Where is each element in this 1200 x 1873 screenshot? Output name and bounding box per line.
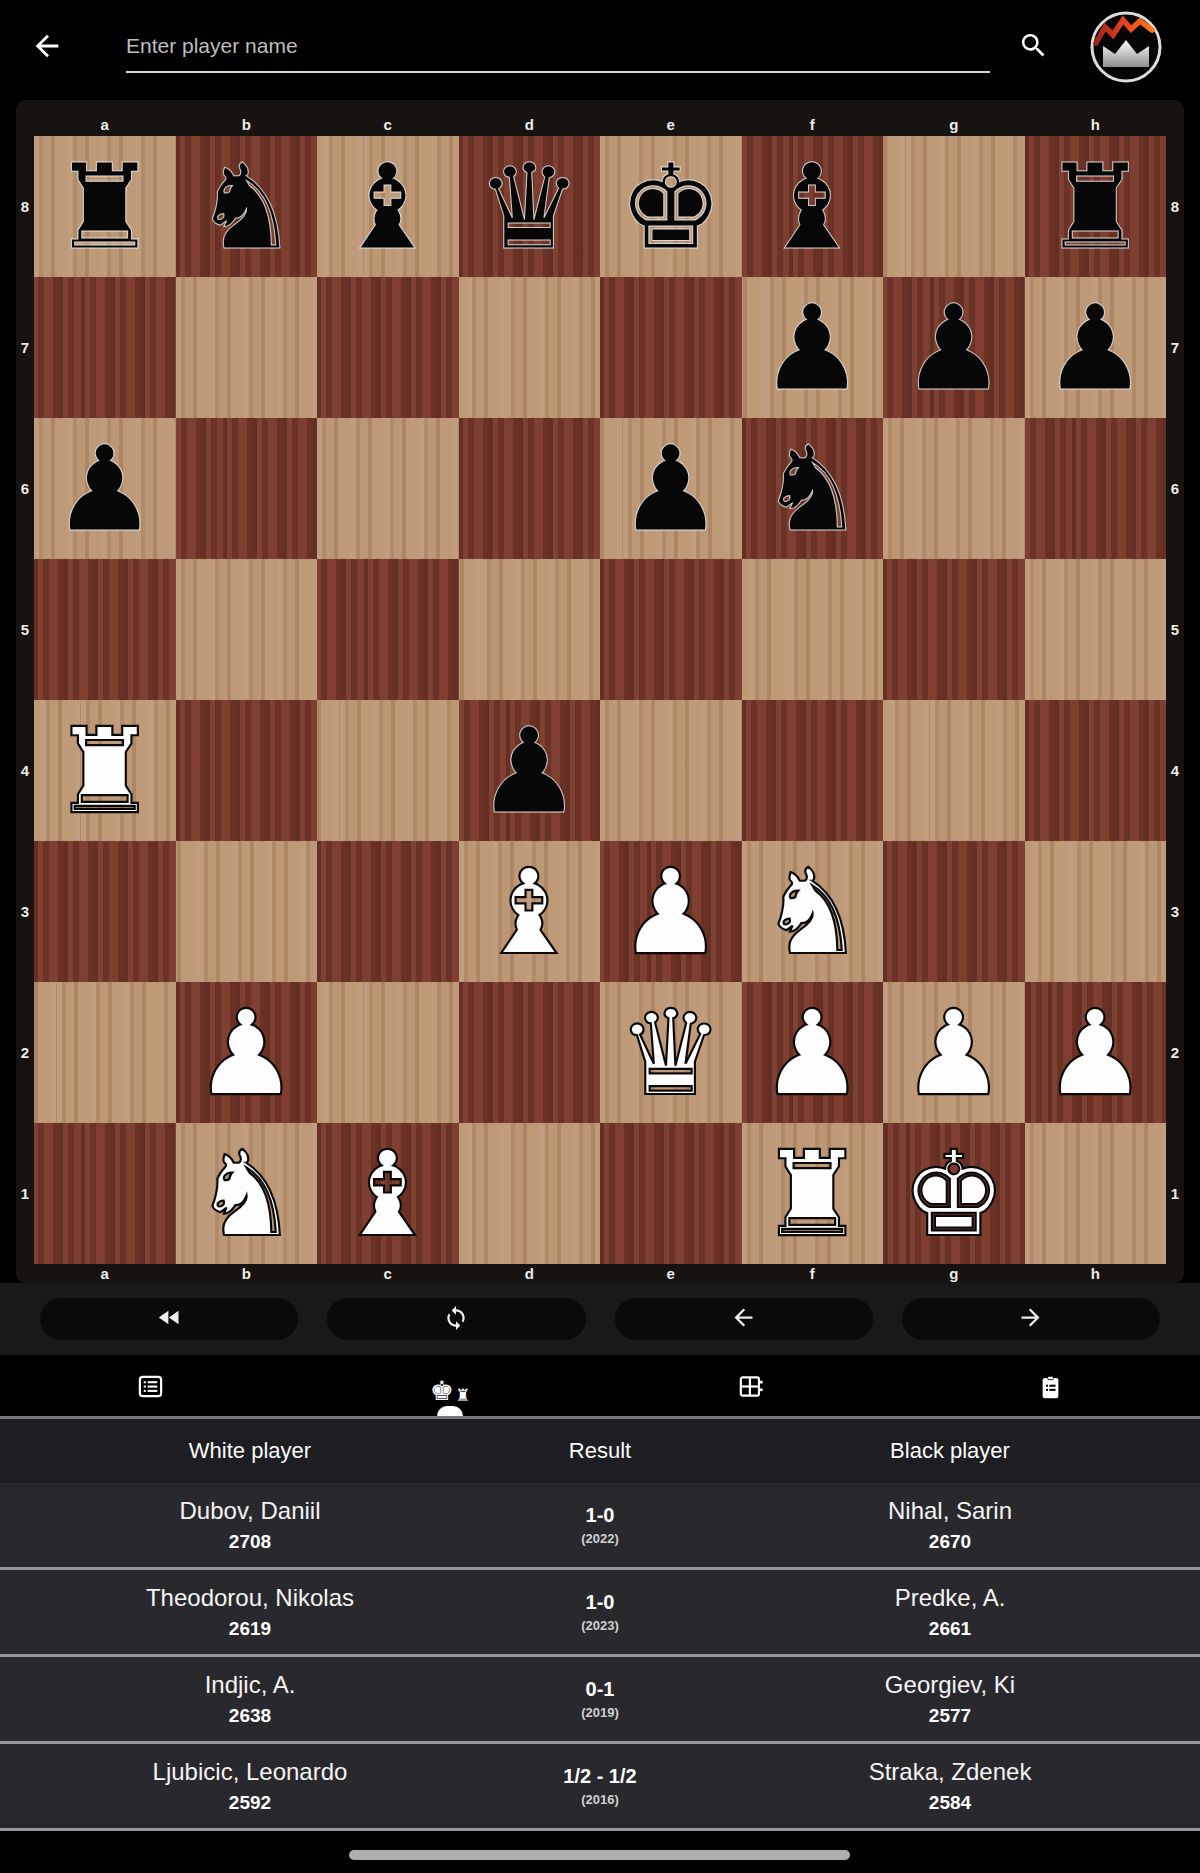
rank-label-1: 1 <box>16 1123 34 1264</box>
white-player-rating: 2638 <box>0 1705 500 1727</box>
white-player-name: Dubov, Daniil <box>0 1497 500 1525</box>
search-button[interactable] <box>1018 30 1049 64</box>
white-player-rating: 2592 <box>0 1792 500 1814</box>
next-move-button[interactable] <box>902 1298 1160 1340</box>
square-d6[interactable] <box>459 418 601 559</box>
square-b1[interactable]: ♞ <box>176 1123 318 1264</box>
arrow-right-icon <box>1017 1304 1044 1334</box>
rank-label-8: 8 <box>16 136 34 277</box>
file-label-b: b <box>176 1265 318 1282</box>
rank-label-6: 6 <box>16 418 34 559</box>
tab-games-list[interactable] <box>0 1355 300 1416</box>
black-bishop: ♝ <box>335 148 441 266</box>
game-year: (2016) <box>500 1792 700 1807</box>
system-nav-area <box>0 1831 1200 1873</box>
square-a2[interactable] <box>34 982 176 1123</box>
black-queen: ♛ <box>476 148 582 266</box>
square-a1[interactable] <box>34 1123 176 1264</box>
previous-move-button[interactable] <box>615 1298 873 1340</box>
black-rook: ♜ <box>52 148 158 266</box>
square-b7[interactable] <box>176 277 318 418</box>
rank-label-4: 4 <box>16 700 34 841</box>
board-ranks-right: 87654321 <box>1166 136 1184 1264</box>
square-a3[interactable] <box>34 841 176 982</box>
square-a8[interactable]: ♜ <box>34 136 176 277</box>
square-g6[interactable] <box>883 418 1025 559</box>
square-f6[interactable]: ♞ <box>742 418 884 559</box>
file-label-c: c <box>317 116 459 133</box>
arrow-left-icon <box>730 1304 757 1334</box>
chessboard-icon <box>736 1372 765 1404</box>
square-g3[interactable] <box>883 841 1025 982</box>
board-squares: ♜♞♝♛♚♝♜♟♟♟♟♟♞♜♟♝♟♞♟♛♟♟♟♞♝♜♚ <box>34 136 1166 1264</box>
rank-label-7: 7 <box>16 277 34 418</box>
flip-board-button[interactable] <box>327 1298 585 1340</box>
black-knight: ♞ <box>759 430 865 548</box>
arrow-back-icon <box>30 29 64 66</box>
white-player-name: Theodorou, Nikolas <box>0 1584 500 1612</box>
black-pawn: ♟ <box>618 430 724 548</box>
tab-notation[interactable] <box>900 1355 1200 1416</box>
square-f4[interactable] <box>742 700 884 841</box>
rank-label-5: 5 <box>1166 559 1184 700</box>
square-b2[interactable]: ♟ <box>176 982 318 1123</box>
white-bishop: ♝ <box>335 1135 441 1253</box>
square-g8[interactable] <box>883 136 1025 277</box>
white-knight: ♞ <box>193 1135 299 1253</box>
square-d8[interactable]: ♛ <box>459 136 601 277</box>
square-c6[interactable] <box>317 418 459 559</box>
square-e7[interactable] <box>600 277 742 418</box>
white-pawn: ♟ <box>618 853 724 971</box>
move-nav-bar <box>0 1283 1200 1355</box>
file-label-a: a <box>34 116 176 133</box>
square-c1[interactable]: ♝ <box>317 1123 459 1264</box>
white-king: ♚ <box>901 1135 1007 1253</box>
square-e5[interactable] <box>600 559 742 700</box>
square-g4[interactable] <box>883 700 1025 841</box>
square-e2[interactable]: ♛ <box>600 982 742 1123</box>
square-h3[interactable] <box>1025 841 1167 982</box>
square-a7[interactable] <box>34 277 176 418</box>
square-f7[interactable]: ♟ <box>742 277 884 418</box>
chess-pieces-icon: ♚♜ <box>430 1377 470 1404</box>
rank-label-3: 3 <box>1166 841 1184 982</box>
player-search-input[interactable] <box>126 34 990 58</box>
square-d2[interactable] <box>459 982 601 1123</box>
file-label-f: f <box>742 116 884 133</box>
white-player-name: Ljubicic, Leonardo <box>0 1758 500 1786</box>
white-player-rating: 2619 <box>0 1618 500 1640</box>
square-d7[interactable] <box>459 277 601 418</box>
black-player-rating: 2670 <box>700 1531 1200 1553</box>
notation-clipboard-icon <box>1037 1374 1064 1404</box>
file-label-h: h <box>1025 116 1167 133</box>
game-result: 1-0 <box>500 1504 700 1527</box>
games-list-icon <box>136 1372 165 1404</box>
square-f2[interactable]: ♟ <box>742 982 884 1123</box>
rank-label-5: 5 <box>16 559 34 700</box>
game-result: 0-1 <box>500 1678 700 1701</box>
white-queen: ♛ <box>618 994 724 1112</box>
rank-label-1: 1 <box>1166 1123 1184 1264</box>
file-label-g: g <box>883 116 1025 133</box>
square-c2[interactable] <box>317 982 459 1123</box>
square-d3[interactable]: ♝ <box>459 841 601 982</box>
magnifier-icon <box>1018 30 1049 64</box>
file-label-a: a <box>34 1265 176 1282</box>
square-e3[interactable]: ♟ <box>600 841 742 982</box>
white-player-rating: 2708 <box>0 1531 500 1553</box>
square-h4[interactable] <box>1025 700 1167 841</box>
fast-rewind-icon <box>156 1304 183 1334</box>
black-player-name: Predke, A. <box>700 1584 1200 1612</box>
rank-label-3: 3 <box>16 841 34 982</box>
square-g2[interactable]: ♟ <box>883 982 1025 1123</box>
black-pawn: ♟ <box>52 430 158 548</box>
black-player-rating: 2584 <box>700 1792 1200 1814</box>
square-g1[interactable]: ♚ <box>883 1123 1025 1264</box>
player-search-field <box>126 21 990 73</box>
header-black-player: Black player <box>700 1438 1200 1464</box>
white-player-name: Indjic, A. <box>0 1671 500 1699</box>
game-year: (2023) <box>500 1618 700 1633</box>
rank-label-8: 8 <box>1166 136 1184 277</box>
square-c5[interactable] <box>317 559 459 700</box>
square-e1[interactable] <box>600 1123 742 1264</box>
white-pawn: ♟ <box>1042 994 1148 1112</box>
game-row[interactable]: Dubov, Daniil2708 1-0(2022) Nihal, Sarin… <box>0 1483 1200 1570</box>
square-a6[interactable]: ♟ <box>34 418 176 559</box>
square-e4[interactable] <box>600 700 742 841</box>
crown-chart-logo <box>1089 10 1163 84</box>
black-player-name: Georgiev, Ki <box>700 1671 1200 1699</box>
black-player-name: Nihal, Sarin <box>700 1497 1200 1525</box>
game-result: 1-0 <box>500 1591 700 1614</box>
sync-rotate-icon <box>443 1305 469 1334</box>
chess-board: abcdefgh 87654321 ♜♞♝♛♚♝♜♟♟♟♟♟♞♜♟♝♟♞♟♛♟♟… <box>16 100 1184 1283</box>
black-pawn: ♟ <box>901 289 1007 407</box>
rank-label-7: 7 <box>1166 277 1184 418</box>
square-b5[interactable] <box>176 559 318 700</box>
gesture-handle[interactable] <box>349 1850 850 1860</box>
square-e8[interactable]: ♚ <box>600 136 742 277</box>
square-c4[interactable] <box>317 700 459 841</box>
white-rook: ♜ <box>759 1135 865 1253</box>
square-a4[interactable]: ♜ <box>34 700 176 841</box>
white-pawn: ♟ <box>193 994 299 1112</box>
rank-label-6: 6 <box>1166 418 1184 559</box>
header-white-player: White player <box>0 1438 500 1464</box>
rank-label-4: 4 <box>1166 700 1184 841</box>
file-label-c: c <box>317 1265 459 1282</box>
bottom-tab-bar: ♚♜ <box>0 1355 1200 1416</box>
game-year: (2022) <box>500 1531 700 1546</box>
white-knight: ♞ <box>759 853 865 971</box>
game-year: (2019) <box>500 1705 700 1720</box>
black-rook: ♜ <box>1042 148 1148 266</box>
black-pawn: ♟ <box>759 289 865 407</box>
top-app-bar <box>0 0 1200 94</box>
board-files-top: abcdefgh <box>34 100 1166 136</box>
square-a5[interactable] <box>34 559 176 700</box>
square-g7[interactable]: ♟ <box>883 277 1025 418</box>
header-result: Result <box>500 1438 700 1464</box>
square-h6[interactable] <box>1025 418 1167 559</box>
file-label-g: g <box>883 1265 1025 1282</box>
board-files-bottom: abcdefgh <box>34 1264 1166 1283</box>
file-label-e: e <box>600 1265 742 1282</box>
white-bishop: ♝ <box>476 853 582 971</box>
black-player-rating: 2577 <box>700 1705 1200 1727</box>
square-b3[interactable] <box>176 841 318 982</box>
rank-label-2: 2 <box>16 982 34 1123</box>
square-h8[interactable]: ♜ <box>1025 136 1167 277</box>
rank-label-2: 2 <box>1166 982 1184 1123</box>
square-g5[interactable] <box>883 559 1025 700</box>
square-d5[interactable] <box>459 559 601 700</box>
black-knight: ♞ <box>193 148 299 266</box>
square-f8[interactable]: ♝ <box>742 136 884 277</box>
square-f3[interactable]: ♞ <box>742 841 884 982</box>
square-c3[interactable] <box>317 841 459 982</box>
square-h7[interactable]: ♟ <box>1025 277 1167 418</box>
tab-board-position[interactable] <box>600 1355 900 1416</box>
square-h1[interactable] <box>1025 1123 1167 1264</box>
file-label-h: h <box>1025 1265 1167 1282</box>
square-b4[interactable] <box>176 700 318 841</box>
square-b8[interactable]: ♞ <box>176 136 318 277</box>
black-player-rating: 2661 <box>700 1618 1200 1640</box>
file-label-f: f <box>742 1265 884 1282</box>
square-e6[interactable]: ♟ <box>600 418 742 559</box>
square-d4[interactable]: ♟ <box>459 700 601 841</box>
first-moves-button[interactable] <box>40 1298 298 1340</box>
black-pawn: ♟ <box>476 712 582 830</box>
square-b6[interactable] <box>176 418 318 559</box>
black-player-name: Straka, Zdenek <box>700 1758 1200 1786</box>
white-pawn: ♟ <box>901 994 1007 1112</box>
black-king: ♚ <box>618 148 724 266</box>
active-tab-indicator <box>437 1406 463 1416</box>
board-ranks-left: 87654321 <box>16 136 34 1264</box>
game-row[interactable]: Ljubicic, Leonardo2592 1/2 - 1/2(2016) S… <box>0 1744 1200 1831</box>
white-rook: ♜ <box>52 712 158 830</box>
games-table-header: White player Result Black player <box>0 1416 1200 1483</box>
file-label-d: d <box>459 116 601 133</box>
square-h2[interactable]: ♟ <box>1025 982 1167 1123</box>
square-f1[interactable]: ♜ <box>742 1123 884 1264</box>
square-h5[interactable] <box>1025 559 1167 700</box>
square-d1[interactable] <box>459 1123 601 1264</box>
game-row[interactable]: Theodorou, Nikolas2619 1-0(2023) Predke,… <box>0 1570 1200 1657</box>
game-result: 1/2 - 1/2 <box>500 1765 700 1788</box>
back-button[interactable] <box>30 29 64 66</box>
square-f5[interactable] <box>742 559 884 700</box>
square-c7[interactable] <box>317 277 459 418</box>
black-pawn: ♟ <box>1042 289 1148 407</box>
file-label-d: d <box>459 1265 601 1282</box>
black-bishop: ♝ <box>759 148 865 266</box>
square-c8[interactable]: ♝ <box>317 136 459 277</box>
white-pawn: ♟ <box>759 994 865 1112</box>
file-label-e: e <box>600 116 742 133</box>
games-table: White player Result Black player Dubov, … <box>0 1416 1200 1831</box>
game-row[interactable]: Indjic, A.2638 0-1(2019) Georgiev, Ki257… <box>0 1657 1200 1744</box>
file-label-b: b <box>176 116 318 133</box>
